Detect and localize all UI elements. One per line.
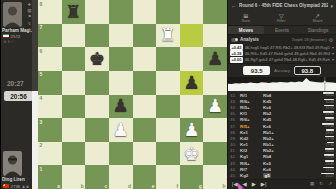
- tab-standings[interactable]: Standings: [300, 26, 336, 34]
- iran-flag-icon: [3, 34, 9, 38]
- move-clock: 25:33: [286, 154, 334, 160]
- chevron-down-icon[interactable]: ▾: [332, 57, 334, 62]
- white-move[interactable]: Rf7: [240, 167, 263, 172]
- white-move[interactable]: Kf2: [240, 148, 263, 153]
- move-clock: 29:30: [286, 123, 334, 129]
- square-d8[interactable]: [109, 0, 133, 24]
- white-move[interactable]: Kd2: [240, 136, 263, 141]
- file-label-c: c: [105, 183, 108, 189]
- rank-label-8: 8: [40, 1, 43, 7]
- white-king: ♚: [183, 145, 199, 163]
- move-row: 45.Kg2g520:27: [230, 172, 334, 178]
- move-clock: 26:21: [286, 148, 334, 154]
- square-d2[interactable]: [109, 142, 133, 166]
- move-row: 44.Rf7Kc622:51: [230, 166, 334, 172]
- square-h7[interactable]: [203, 24, 227, 48]
- square-b6[interactable]: [62, 47, 86, 71]
- square-d1[interactable]: d: [109, 165, 133, 189]
- bottom-player-avatar[interactable]: [3, 151, 22, 176]
- first-move-button[interactable]: |◀: [232, 182, 238, 187]
- analysis-bar: Analysis Depth 18 (browser) ⚙: [228, 35, 336, 44]
- square-c4[interactable]: [85, 95, 109, 119]
- square-d6[interactable]: [109, 47, 133, 71]
- white-rook: ♜: [160, 26, 176, 44]
- black-pawn: ♟: [207, 50, 223, 68]
- white-pawn: ♟: [183, 121, 199, 139]
- top-player-clock: 20:27: [7, 80, 24, 87]
- move-clock: 31:02: [286, 111, 334, 117]
- square-c1[interactable]: c: [85, 165, 109, 189]
- file-label-a: a: [57, 183, 60, 189]
- move-clock: 24:40: [286, 160, 334, 166]
- chevron-down-icon[interactable]: ▾: [330, 3, 333, 9]
- accuracy-label: Accuracy: [274, 69, 290, 73]
- file-label-h: h: [222, 183, 225, 189]
- engine-line-2[interactable]: +0.3846.Rf6+ Kd5 47.Rxh6 gxh4 48.gxh4 Rb…: [230, 50, 334, 56]
- move-row: 41.Kf2Rb2+26:21: [230, 148, 334, 154]
- square-f8[interactable]: [156, 0, 180, 24]
- square-c7[interactable]: [85, 24, 109, 48]
- white-pawn: ♟: [113, 121, 129, 139]
- black-move[interactable]: Rb8: [263, 154, 286, 159]
- move-number: 37.: [230, 124, 240, 129]
- square-g3[interactable]: ♟: [180, 118, 204, 142]
- move-row: 38.Ke1Rb1+28:47: [230, 129, 334, 135]
- eval-graph[interactable]: [228, 77, 336, 91]
- square-d4[interactable]: ♟: [109, 95, 133, 119]
- share-icon: ↗: [315, 13, 320, 19]
- rank-label-7: 7: [40, 24, 43, 30]
- move-number: 42.: [230, 154, 240, 159]
- next-move-button[interactable]: ▶: [252, 182, 256, 187]
- square-f7[interactable]: ♜: [156, 24, 180, 48]
- top-player-captured-pieces: ♙♗♘: [3, 39, 15, 44]
- bottom-player-clock: 20:56: [4, 91, 33, 101]
- square-d3[interactable]: ♟: [109, 118, 133, 142]
- move-number: 40.: [230, 142, 240, 147]
- chevron-down-icon[interactable]: ▾: [332, 51, 334, 56]
- square-f3[interactable]: [156, 118, 180, 142]
- square-b7[interactable]: [62, 24, 86, 48]
- move-number: 45.: [230, 173, 240, 178]
- analysis-label: Analysis: [240, 37, 290, 42]
- eval-badge: +0.42: [230, 44, 243, 50]
- square-h5[interactable]: [203, 71, 227, 95]
- square-a8[interactable]: 8: [38, 0, 62, 24]
- white-move[interactable]: Kf1: [240, 111, 263, 116]
- tab-events[interactable]: Events: [264, 26, 300, 34]
- square-a1[interactable]: 1a: [38, 165, 62, 189]
- black-move[interactable]: Rb1+: [263, 142, 286, 147]
- square-e2[interactable]: [133, 142, 157, 166]
- move-list: 32.Rf1Rb833:1233.Rf6+Kd532:4034.Rf5+Kc63…: [228, 91, 336, 179]
- analysis-depth: Depth 18 (browser): [292, 37, 326, 42]
- engine-line-moves: 46.hxg5 hxg5 47.Rf5 Rb2+ 48.Kf3 Rb3 49.R…: [245, 45, 330, 50]
- move-number: 32.: [230, 93, 240, 98]
- engine-line-moves: 46.Rf6+ Kd5 47.Rxh6 gxh4 48.gxh4 Rb4 49.…: [245, 51, 330, 56]
- square-f6[interactable]: [156, 47, 180, 71]
- black-move[interactable]: Kd5: [263, 117, 286, 122]
- move-row: 39.Kd2Rb2+27:58: [230, 135, 334, 141]
- square-c3[interactable]: [85, 118, 109, 142]
- file-label-d: d: [128, 183, 131, 189]
- square-b5[interactable]: [62, 71, 86, 95]
- square-e4[interactable]: [133, 95, 157, 119]
- engine-line-1[interactable]: +0.4246.hxg5 hxg5 47.Rf5 Rb2+ 48.Kf3 Rb3…: [230, 44, 334, 50]
- open-share-button[interactable]: ↗: [328, 182, 332, 187]
- move-clock: 30:18: [286, 117, 334, 123]
- bottom-player-name[interactable]: Ding Liren: [2, 177, 38, 182]
- bottom-player-captured-pieces: ♟♞: [22, 184, 30, 189]
- panel-tabs: MovesEventsStandings: [228, 26, 336, 35]
- move-row: 33.Rf6+Kd532:40: [230, 98, 334, 104]
- square-e7[interactable]: [133, 24, 157, 48]
- square-c8[interactable]: [85, 0, 109, 24]
- pin-icon[interactable]: ◈: [28, 28, 32, 33]
- move-number: 35.: [230, 111, 240, 116]
- white-move[interactable]: Rf6+: [240, 161, 263, 166]
- engine-line-moves: 46.Rg7 gxh4 47.gxh4 Rb4 48.Rg6+ Kd5 49.R…: [245, 57, 330, 62]
- rank-label-4: 4: [40, 95, 43, 101]
- file-label-g: g: [199, 183, 202, 189]
- move-row: 40.Ke1Rb1+27:10: [230, 142, 334, 148]
- square-e6[interactable]: [133, 47, 157, 71]
- engine-line-3[interactable]: +0.0046.Rg7 gxh4 47.gxh4 Rb4 48.Rg6+ Kd5…: [230, 57, 334, 63]
- square-e5[interactable]: [133, 71, 157, 95]
- square-c5[interactable]: [85, 71, 109, 95]
- chess-board: 8♜7♜6♚♟5♟4♟♟3♟♟2♚1abcdefgh: [38, 0, 227, 189]
- black-move[interactable]: g5: [263, 173, 286, 178]
- black-move[interactable]: Rb2+: [263, 148, 286, 153]
- flag-icon[interactable]: ⚑: [27, 15, 31, 20]
- square-a6[interactable]: 6: [38, 47, 62, 71]
- square-f2[interactable]: [156, 142, 180, 166]
- move-clock: 20:27: [286, 173, 334, 179]
- square-a4[interactable]: 4: [38, 95, 62, 119]
- square-b2[interactable]: [62, 142, 86, 166]
- event-title: Round 6 · 45th FIDE Chess Olympiad 2024: [239, 3, 328, 8]
- event-header: ← Round 6 · 45th FIDE Chess Olympiad 202…: [228, 0, 336, 11]
- china-flag-icon: [3, 184, 9, 188]
- black-move[interactable]: Kc6: [263, 124, 286, 129]
- eval-badge: +0.38: [230, 50, 243, 56]
- move-clock: 31:55: [286, 105, 334, 111]
- square-f5[interactable]: [156, 71, 180, 95]
- graph-icon[interactable]: ↯: [28, 22, 32, 27]
- square-c2[interactable]: [85, 142, 109, 166]
- white-move[interactable]: Rf5+: [240, 124, 263, 129]
- black-king: ♚: [89, 50, 105, 68]
- black-move[interactable]: Rb8: [263, 93, 286, 98]
- chevron-down-icon[interactable]: ▾: [332, 45, 334, 50]
- rank-label-2: 2: [40, 142, 43, 148]
- square-b1[interactable]: b: [62, 165, 86, 189]
- right-panel: ← Round 6 · 45th FIDE Chess Olympiad 202…: [227, 0, 336, 189]
- white-move[interactable]: Rf5+: [240, 105, 263, 110]
- eval-badge: +0.00: [230, 57, 243, 63]
- square-h4[interactable]: ♟: [203, 95, 227, 119]
- rank-label-6: 6: [40, 48, 43, 54]
- white-move[interactable]: Ke1: [240, 130, 263, 135]
- move-row: 34.Rf5+Kc631:55: [230, 104, 334, 110]
- bottom-player-rating: 2736: [11, 184, 21, 189]
- file-label-f: f: [177, 183, 179, 189]
- boards-button[interactable]: ▦: [310, 182, 314, 187]
- plus-icon[interactable]: ✚: [28, 3, 32, 8]
- white-move[interactable]: Kg1: [240, 154, 263, 159]
- move-clock: 22:51: [286, 167, 334, 173]
- move-row: 36.Rf6+Kd530:18: [230, 117, 334, 123]
- black-move[interactable]: Kc6: [263, 105, 286, 110]
- rank-label-5: 5: [40, 71, 43, 77]
- white-move[interactable]: Rf6+: [240, 99, 263, 104]
- square-g4[interactable]: [180, 95, 204, 119]
- top-player-avatar[interactable]: [3, 2, 22, 27]
- move-row: 32.Rf1Rb833:12: [230, 92, 334, 98]
- square-d7[interactable]: [109, 24, 133, 48]
- black-move[interactable]: Rb2+: [263, 136, 286, 141]
- move-clock: 27:10: [286, 142, 334, 148]
- white-move[interactable]: Kg2: [240, 173, 263, 178]
- left-sidebar: Parham Mag... 2572 ♙♗♘ ✚▦⚑↯◈ 20:27 20:56…: [0, 0, 38, 189]
- black-move[interactable]: Rb2: [263, 111, 286, 116]
- square-g7[interactable]: [180, 24, 204, 48]
- square-a7[interactable]: 7: [38, 24, 62, 48]
- tab-moves[interactable]: Moves: [228, 26, 264, 34]
- move-clock: 33:12: [286, 92, 334, 98]
- black-move[interactable]: Kc5: [263, 161, 286, 166]
- black-move[interactable]: Kc6: [263, 167, 286, 172]
- square-a5[interactable]: 5: [38, 71, 62, 95]
- gear-icon[interactable]: ⚙: [329, 37, 333, 43]
- square-g5[interactable]: ♟: [180, 71, 204, 95]
- square-e3[interactable]: [133, 118, 157, 142]
- move-clock: 32:40: [286, 99, 334, 105]
- engine-lines: +0.4246.hxg5 hxg5 47.Rf5 Rb2+ 48.Kf3 Rb3…: [228, 44, 336, 64]
- square-d5[interactable]: [109, 71, 133, 95]
- square-g8[interactable]: [180, 0, 204, 24]
- analysis-toggle[interactable]: [231, 38, 238, 42]
- move-number: 39.: [230, 136, 240, 141]
- save-button[interactable]: ⊞Save: [241, 13, 250, 24]
- move-number: 33.: [230, 99, 240, 104]
- black-pawn: ♟: [183, 74, 199, 92]
- white-pawn: ♟: [207, 97, 223, 115]
- action-buttons: ⊞Save▽Filter↗Share: [228, 11, 336, 26]
- square-h3[interactable]: [203, 118, 227, 142]
- refresh-button[interactable]: ↻: [319, 182, 323, 187]
- square-b8[interactable]: ♜: [62, 0, 86, 24]
- move-number: 36.: [230, 117, 240, 122]
- accuracy-row: 93.5 Accuracy 93.8: [228, 64, 336, 77]
- white-accuracy: 93.5: [243, 66, 270, 75]
- square-g2[interactable]: ♚: [180, 142, 204, 166]
- square-e1[interactable]: e: [133, 165, 157, 189]
- top-player-rating: 2572: [11, 34, 21, 39]
- square-g6[interactable]: [180, 47, 204, 71]
- app-window: Parham Mag... 2572 ♙♗♘ ✚▦⚑↯◈ 20:27 20:56…: [0, 0, 336, 189]
- square-a3[interactable]: 3: [38, 118, 62, 142]
- move-clock: 27:58: [286, 136, 334, 142]
- back-icon[interactable]: ←: [231, 3, 237, 9]
- black-pawn: ♟: [113, 97, 129, 115]
- black-move[interactable]: Kd5: [263, 99, 286, 104]
- move-row: 35.Kf1Rb231:02: [230, 111, 334, 117]
- share-button[interactable]: ↗Share: [312, 13, 322, 24]
- square-h2[interactable]: [203, 142, 227, 166]
- white-move[interactable]: Ke1: [240, 142, 263, 147]
- rank-label-1: 1: [40, 166, 43, 172]
- filter-button[interactable]: ▽Filter: [277, 13, 285, 24]
- move-row: 43.Rf6+Kc524:40: [230, 160, 334, 166]
- save-icon: ⊞: [243, 13, 248, 19]
- square-g1[interactable]: g: [180, 165, 204, 189]
- move-number: 34.: [230, 105, 240, 110]
- square-h1[interactable]: h: [203, 165, 227, 189]
- move-number: 41.: [230, 148, 240, 153]
- last-move-button[interactable]: ▶|: [261, 182, 267, 187]
- file-label-e: e: [152, 183, 155, 189]
- file-label-b: b: [81, 183, 84, 189]
- move-row: 37.Rf5+Kc629:30: [230, 123, 334, 129]
- white-move[interactable]: Rf6+: [240, 117, 263, 122]
- square-h6[interactable]: ♟: [203, 47, 227, 71]
- square-h8[interactable]: [203, 0, 227, 24]
- move-number: 43.: [230, 161, 240, 166]
- move-clock: 28:47: [286, 129, 334, 135]
- white-move[interactable]: Rf1: [240, 93, 263, 98]
- square-e8[interactable]: [133, 0, 157, 24]
- square-c6[interactable]: ♚: [85, 47, 109, 71]
- move-row: 42.Kg1Rb825:33: [230, 154, 334, 160]
- mouse-cursor: [238, 179, 246, 189]
- move-number: 44.: [230, 167, 240, 172]
- square-f1[interactable]: f: [156, 165, 180, 189]
- square-b4[interactable]: [62, 95, 86, 119]
- square-b3[interactable]: [62, 118, 86, 142]
- black-move[interactable]: Rb1+: [263, 130, 286, 135]
- square-a2[interactable]: 2: [38, 142, 62, 166]
- black-accuracy: 93.8: [294, 66, 321, 75]
- rank-label-3: 3: [40, 119, 43, 125]
- black-rook: ♜: [65, 3, 81, 21]
- move-number: 38.: [230, 130, 240, 135]
- filter-icon: ▽: [279, 13, 284, 19]
- square-f4[interactable]: [156, 95, 180, 119]
